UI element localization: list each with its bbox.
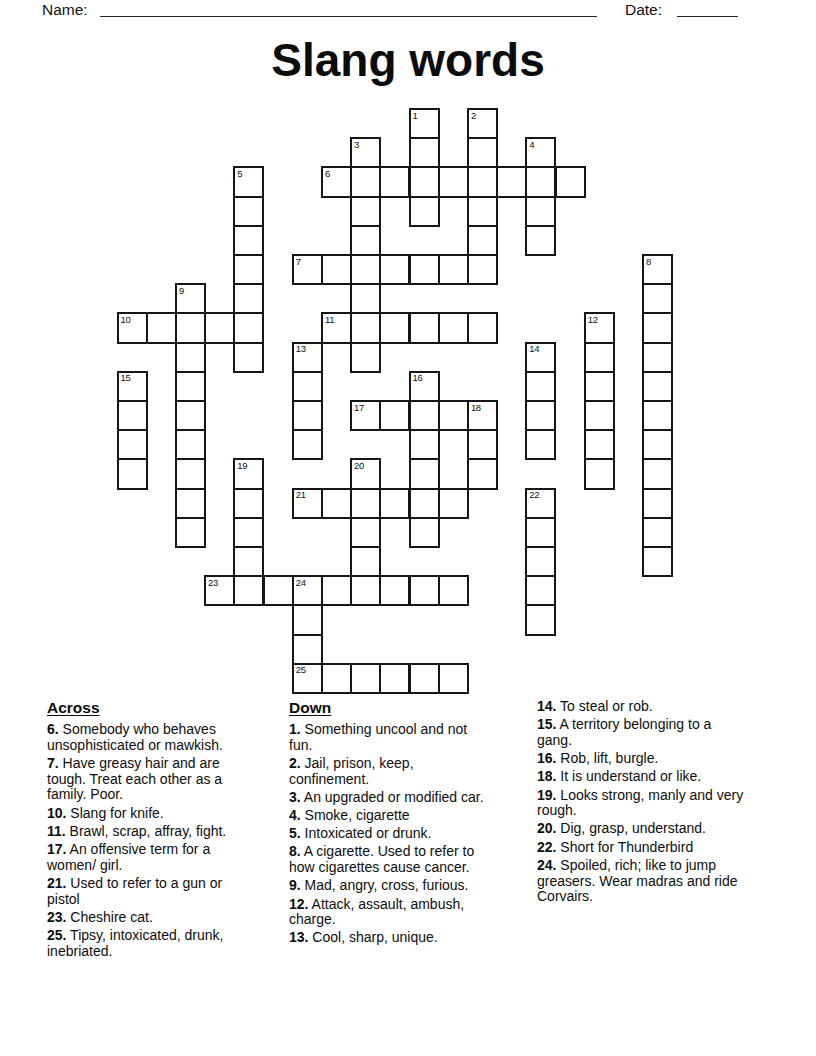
clue-down-20: 20. Dig, grasp, understand. — [537, 821, 749, 837]
down-clue-list-continued: 14. To steal or rob.15. A territory belo… — [537, 699, 749, 905]
grid-cell-r10c9[interactable] — [379, 400, 410, 431]
grid-cell-r13c18[interactable] — [642, 488, 673, 519]
clue-number-22: 22. — [537, 839, 556, 855]
clue-down-14: 14. To steal or rob. — [537, 699, 749, 715]
grid-cell-r10c0[interactable] — [117, 400, 148, 431]
grid-cell-r10c10[interactable] — [409, 400, 440, 431]
clue-down-2: 2. Jail, prison, keep, confinement. — [289, 756, 493, 787]
grid-cell-r7c1[interactable] — [146, 312, 177, 343]
grid-cell-r7c4[interactable] — [233, 312, 264, 343]
grid-cell-r5c9[interactable] — [379, 254, 410, 285]
grid-cell-r9c14[interactable] — [525, 371, 556, 402]
clue-number-2: 2. — [289, 755, 301, 771]
cell-number-20: 20 — [354, 461, 364, 471]
cell-number-21: 21 — [296, 490, 306, 500]
clue-across-11: 11. Brawl, scrap, affray, fight. — [47, 824, 255, 840]
grid-cell-r16c9[interactable] — [379, 575, 410, 606]
grid-cell-r16c8[interactable] — [350, 575, 381, 606]
grid-cell-r8c6[interactable]: 13 — [292, 342, 323, 373]
grid-cell-r6c8[interactable] — [350, 283, 381, 314]
grid-cell-r16c11[interactable] — [438, 575, 469, 606]
clue-down-1: 1. Something uncool and not fun. — [289, 722, 493, 753]
cell-number-10: 10 — [121, 315, 131, 325]
clue-across-17: 17. An offensive term for a women/ girl. — [47, 842, 255, 873]
grid-cell-r4c12[interactable] — [467, 225, 498, 256]
grid-cell-r7c3[interactable] — [204, 312, 235, 343]
clue-across-6: 6. Somebody who behaves unsophisticated … — [47, 722, 255, 753]
clue-down-22: 22. Short for Thunderbird — [537, 840, 749, 856]
name-blank-line[interactable] — [100, 1, 597, 17]
grid-cell-r7c12[interactable] — [467, 312, 498, 343]
cell-number-4: 4 — [529, 140, 534, 150]
name-label: Name: — [42, 1, 88, 18]
grid-cell-r2c10[interactable] — [409, 166, 440, 197]
grid-cell-r7c10[interactable] — [409, 312, 440, 343]
grid-cell-r10c11[interactable] — [438, 400, 469, 431]
grid-cell-r5c4[interactable] — [233, 254, 264, 285]
cell-number-11: 11 — [325, 315, 334, 325]
grid-cell-r10c14[interactable] — [525, 400, 556, 431]
grid-cell-r2c15[interactable] — [555, 166, 586, 197]
grid-cell-r0c12[interactable]: 2 — [467, 108, 498, 139]
clue-down-19: 19. Looks strong, manly and very rough. — [537, 788, 749, 819]
clue-down-15: 15. A territory belonging to a gang. — [537, 717, 749, 748]
grid-cell-r11c6[interactable] — [292, 429, 323, 460]
grid-cell-r12c8[interactable]: 20 — [350, 458, 381, 489]
grid-cell-r19c6[interactable]: 25 — [292, 663, 323, 694]
cell-number-3: 3 — [354, 140, 359, 150]
cell-number-24: 24 — [296, 578, 306, 588]
grid-cell-r2c4[interactable]: 5 — [233, 166, 264, 197]
cell-number-16: 16 — [413, 373, 423, 383]
clue-number-10: 10. — [47, 805, 66, 821]
grid-cell-r7c2[interactable] — [175, 312, 206, 343]
grid-cell-r2c13[interactable] — [496, 166, 527, 197]
grid-cell-r13c14[interactable]: 22 — [525, 488, 556, 519]
clue-down-9: 9. Mad, angry, cross, furious. — [289, 878, 493, 894]
across-clue-list: 6. Somebody who behaves unsophisticated … — [47, 722, 255, 959]
grid-cell-r6c18[interactable] — [642, 283, 673, 314]
cell-number-14: 14 — [529, 344, 539, 354]
grid-cell-r19c7[interactable] — [321, 663, 352, 694]
page-title: Slang words — [0, 33, 816, 87]
cell-number-18: 18 — [471, 403, 481, 413]
grid-cell-r9c16[interactable] — [584, 371, 615, 402]
grid-cell-r5c11[interactable] — [438, 254, 469, 285]
clue-number-11: 11. — [47, 823, 66, 839]
grid-cell-r15c14[interactable] — [525, 546, 556, 577]
grid-cell-r19c8[interactable] — [350, 663, 381, 694]
clue-number-1: 1. — [289, 721, 301, 737]
down-clues-column-continued: 14. To steal or rob.15. A territory belo… — [537, 699, 749, 907]
grid-cell-r7c7[interactable]: 11 — [321, 312, 352, 343]
clue-across-10: 10. Slang for knife. — [47, 806, 255, 822]
grid-cell-r4c8[interactable] — [350, 225, 381, 256]
date-blank-line[interactable] — [677, 1, 738, 17]
grid-cell-r7c8[interactable] — [350, 312, 381, 343]
grid-cell-r1c14[interactable]: 4 — [525, 137, 556, 168]
grid-cell-r2c8[interactable] — [350, 166, 381, 197]
cell-number-5: 5 — [237, 169, 242, 179]
grid-cell-r11c18[interactable] — [642, 429, 673, 460]
grid-cell-r7c16[interactable]: 12 — [584, 312, 615, 343]
grid-cell-r12c0[interactable] — [117, 458, 148, 489]
grid-cell-r18c6[interactable] — [292, 634, 323, 665]
date-label: Date: — [625, 1, 662, 18]
clue-number-18: 18. — [537, 768, 556, 784]
cell-number-2: 2 — [471, 111, 476, 121]
grid-cell-r14c14[interactable] — [525, 517, 556, 548]
grid-cell-r11c0[interactable] — [117, 429, 148, 460]
grid-cell-r16c5[interactable] — [263, 575, 294, 606]
cell-number-23: 23 — [208, 578, 218, 588]
grid-cell-r16c10[interactable] — [409, 575, 440, 606]
clue-down-24: 24. Spoiled, rich; like to jump greasers… — [537, 858, 749, 905]
clue-number-8: 8. — [289, 843, 301, 859]
clue-down-18: 18. It is understand or like. — [537, 769, 749, 785]
grid-cell-r15c4[interactable] — [233, 546, 264, 577]
grid-cell-r3c4[interactable] — [233, 196, 264, 227]
across-clues-column: Across 6. Somebody who behaves unsophist… — [47, 699, 255, 962]
cell-number-7: 7 — [296, 257, 301, 267]
grid-cell-r9c2[interactable] — [175, 371, 206, 402]
grid-cell-r12c4[interactable]: 19 — [233, 458, 264, 489]
clue-number-6: 6. — [47, 721, 59, 737]
cell-number-1: 1 — [413, 111, 418, 121]
grid-cell-r5c8[interactable] — [350, 254, 381, 285]
grid-cell-r1c8[interactable]: 3 — [350, 137, 381, 168]
grid-cell-r13c6[interactable]: 21 — [292, 488, 323, 519]
clue-number-7: 7. — [47, 755, 59, 771]
cell-number-17: 17 — [354, 403, 364, 413]
grid-cell-r9c6[interactable] — [292, 371, 323, 402]
cell-number-22: 22 — [529, 490, 539, 500]
grid-cell-r13c11[interactable] — [438, 488, 469, 519]
down-clues-column: Down 1. Something uncool and not fun.2. … — [289, 699, 493, 949]
clue-number-19: 19. — [537, 787, 556, 803]
grid-cell-r7c11[interactable] — [438, 312, 469, 343]
grid-cell-r12c10[interactable] — [409, 458, 440, 489]
clue-down-3: 3. An upgraded or modified car. — [289, 790, 493, 806]
clue-across-7: 7. Have greasy hair and are tough. Treat… — [47, 756, 255, 803]
clue-across-25: 25. Tipsy, intoxicated, drunk, inebriate… — [47, 928, 255, 959]
clue-number-14: 14. — [537, 698, 556, 714]
grid-cell-r4c14[interactable] — [525, 225, 556, 256]
grid-cell-r8c4[interactable] — [233, 342, 264, 373]
grid-cell-r9c0[interactable]: 15 — [117, 371, 148, 402]
clue-number-17: 17. — [47, 841, 66, 857]
grid-cell-r2c9[interactable] — [379, 166, 410, 197]
grid-cell-r2c14[interactable] — [525, 166, 556, 197]
grid-cell-r0c10[interactable]: 1 — [409, 108, 440, 139]
grid-cell-r14c18[interactable] — [642, 517, 673, 548]
clue-down-5: 5. Intoxicated or drunk. — [289, 826, 493, 842]
grid-cell-r19c10[interactable] — [409, 663, 440, 694]
grid-cell-r7c9[interactable] — [379, 312, 410, 343]
grid-cell-r15c18[interactable] — [642, 546, 673, 577]
grid-cell-r11c14[interactable] — [525, 429, 556, 460]
grid-cell-r13c4[interactable] — [233, 488, 264, 519]
grid-cell-r10c8[interactable]: 17 — [350, 400, 381, 431]
grid-cell-r11c12[interactable] — [467, 429, 498, 460]
grid-cell-r5c6[interactable]: 7 — [292, 254, 323, 285]
grid-cell-r8c14[interactable]: 14 — [525, 342, 556, 373]
grid-cell-r16c6[interactable]: 24 — [292, 575, 323, 606]
grid-cell-r13c10[interactable] — [409, 488, 440, 519]
grid-cell-r10c6[interactable] — [292, 400, 323, 431]
grid-cell-r7c0[interactable]: 10 — [117, 312, 148, 343]
clue-number-9: 9. — [289, 877, 301, 893]
grid-cell-r13c7[interactable] — [321, 488, 352, 519]
clue-number-25: 25. — [47, 927, 66, 943]
clue-number-13: 13. — [289, 929, 308, 945]
across-header: Across — [47, 699, 255, 716]
grid-cell-r5c7[interactable] — [321, 254, 352, 285]
grid-cell-r16c7[interactable] — [321, 575, 352, 606]
grid-cell-r10c12[interactable]: 18 — [467, 400, 498, 431]
clue-across-21: 21. Used to refer to a gun or pistol — [47, 876, 255, 907]
clue-down-12: 12. Attack, assault, ambush, charge. — [289, 897, 493, 928]
grid-cell-r12c12[interactable] — [467, 458, 498, 489]
cell-number-12: 12 — [588, 315, 598, 325]
grid-cell-r1c10[interactable] — [409, 137, 440, 168]
clue-across-23: 23. Cheshire cat. — [47, 910, 255, 926]
clue-number-12: 12. — [289, 896, 308, 912]
grid-cell-r10c16[interactable] — [584, 400, 615, 431]
grid-cell-r10c2[interactable] — [175, 400, 206, 431]
grid-cell-r3c14[interactable] — [525, 196, 556, 227]
cell-number-25: 25 — [296, 665, 306, 675]
grid-cell-r17c6[interactable] — [292, 604, 323, 635]
grid-cell-r8c18[interactable] — [642, 342, 673, 373]
grid-cell-r19c9[interactable] — [379, 663, 410, 694]
grid-cell-r2c7[interactable]: 6 — [321, 166, 352, 197]
grid-cell-r5c18[interactable]: 8 — [642, 254, 673, 285]
worksheet-page: Name: Date: Slang words 1234567891011121… — [0, 0, 816, 1056]
grid-cell-r19c11[interactable] — [438, 663, 469, 694]
grid-cell-r15c8[interactable] — [350, 546, 381, 577]
clue-down-8: 8. A cigarette. Used to refer to how cig… — [289, 844, 493, 875]
grid-cell-r13c8[interactable] — [350, 488, 381, 519]
clue-number-4: 4. — [289, 807, 301, 823]
grid-cell-r11c2[interactable] — [175, 429, 206, 460]
grid-cell-r12c2[interactable] — [175, 458, 206, 489]
grid-cell-r11c16[interactable] — [584, 429, 615, 460]
grid-cell-r3c8[interactable] — [350, 196, 381, 227]
grid-cell-r12c16[interactable] — [584, 458, 615, 489]
grid-cell-r16c14[interactable] — [525, 575, 556, 606]
clue-number-23: 23. — [47, 909, 66, 925]
grid-cell-r8c16[interactable] — [584, 342, 615, 373]
down-header: Down — [289, 699, 493, 716]
grid-cell-r9c10[interactable]: 16 — [409, 371, 440, 402]
clue-number-21: 21. — [47, 875, 66, 891]
grid-cell-r13c9[interactable] — [379, 488, 410, 519]
clue-number-15: 15. — [537, 716, 556, 732]
clue-number-16: 16. — [537, 750, 556, 766]
grid-cell-r4c4[interactable] — [233, 225, 264, 256]
cell-number-8: 8 — [646, 257, 651, 267]
clue-down-4: 4. Smoke, cigarette — [289, 808, 493, 824]
crossword-grid: 1234567891011121314151617181920212223242… — [117, 108, 677, 698]
grid-cell-r1c12[interactable] — [467, 137, 498, 168]
grid-cell-r5c12[interactable] — [467, 254, 498, 285]
cell-number-15: 15 — [121, 373, 131, 383]
grid-cell-r8c8[interactable] — [350, 342, 381, 373]
clue-number-20: 20. — [537, 820, 556, 836]
clue-number-5: 5. — [289, 825, 301, 841]
clue-down-16: 16. Rob, lift, burgle. — [537, 751, 749, 767]
cell-number-19: 19 — [237, 461, 247, 471]
grid-cell-r14c2[interactable] — [175, 517, 206, 548]
grid-cell-r2c11[interactable] — [438, 166, 469, 197]
grid-cell-r14c8[interactable] — [350, 517, 381, 548]
grid-cell-r10c18[interactable] — [642, 400, 673, 431]
grid-cell-r13c2[interactable] — [175, 488, 206, 519]
clue-number-24: 24. — [537, 857, 556, 873]
grid-cell-r3c10[interactable] — [409, 196, 440, 227]
grid-cell-r16c4[interactable] — [233, 575, 264, 606]
cell-number-9: 9 — [179, 286, 184, 296]
grid-cell-r8c2[interactable] — [175, 342, 206, 373]
grid-cell-r16c3[interactable]: 23 — [204, 575, 235, 606]
grid-cell-r9c18[interactable] — [642, 371, 673, 402]
grid-cell-r14c10[interactable] — [409, 517, 440, 548]
grid-cell-r3c12[interactable] — [467, 196, 498, 227]
grid-cell-r5c10[interactable] — [409, 254, 440, 285]
grid-cell-r11c10[interactable] — [409, 429, 440, 460]
grid-cell-r12c18[interactable] — [642, 458, 673, 489]
cell-number-13: 13 — [296, 344, 306, 354]
down-clue-list: 1. Something uncool and not fun.2. Jail,… — [289, 722, 493, 946]
grid-cell-r6c2[interactable]: 9 — [175, 283, 206, 314]
grid-cell-r2c12[interactable] — [467, 166, 498, 197]
grid-cell-r6c4[interactable] — [233, 283, 264, 314]
cell-number-6: 6 — [325, 169, 330, 179]
clue-down-13: 13. Cool, sharp, unique. — [289, 930, 493, 946]
clue-number-3: 3. — [289, 789, 301, 805]
grid-cell-r7c18[interactable] — [642, 312, 673, 343]
grid-cell-r17c14[interactable] — [525, 604, 556, 635]
grid-cell-r14c4[interactable] — [233, 517, 264, 548]
